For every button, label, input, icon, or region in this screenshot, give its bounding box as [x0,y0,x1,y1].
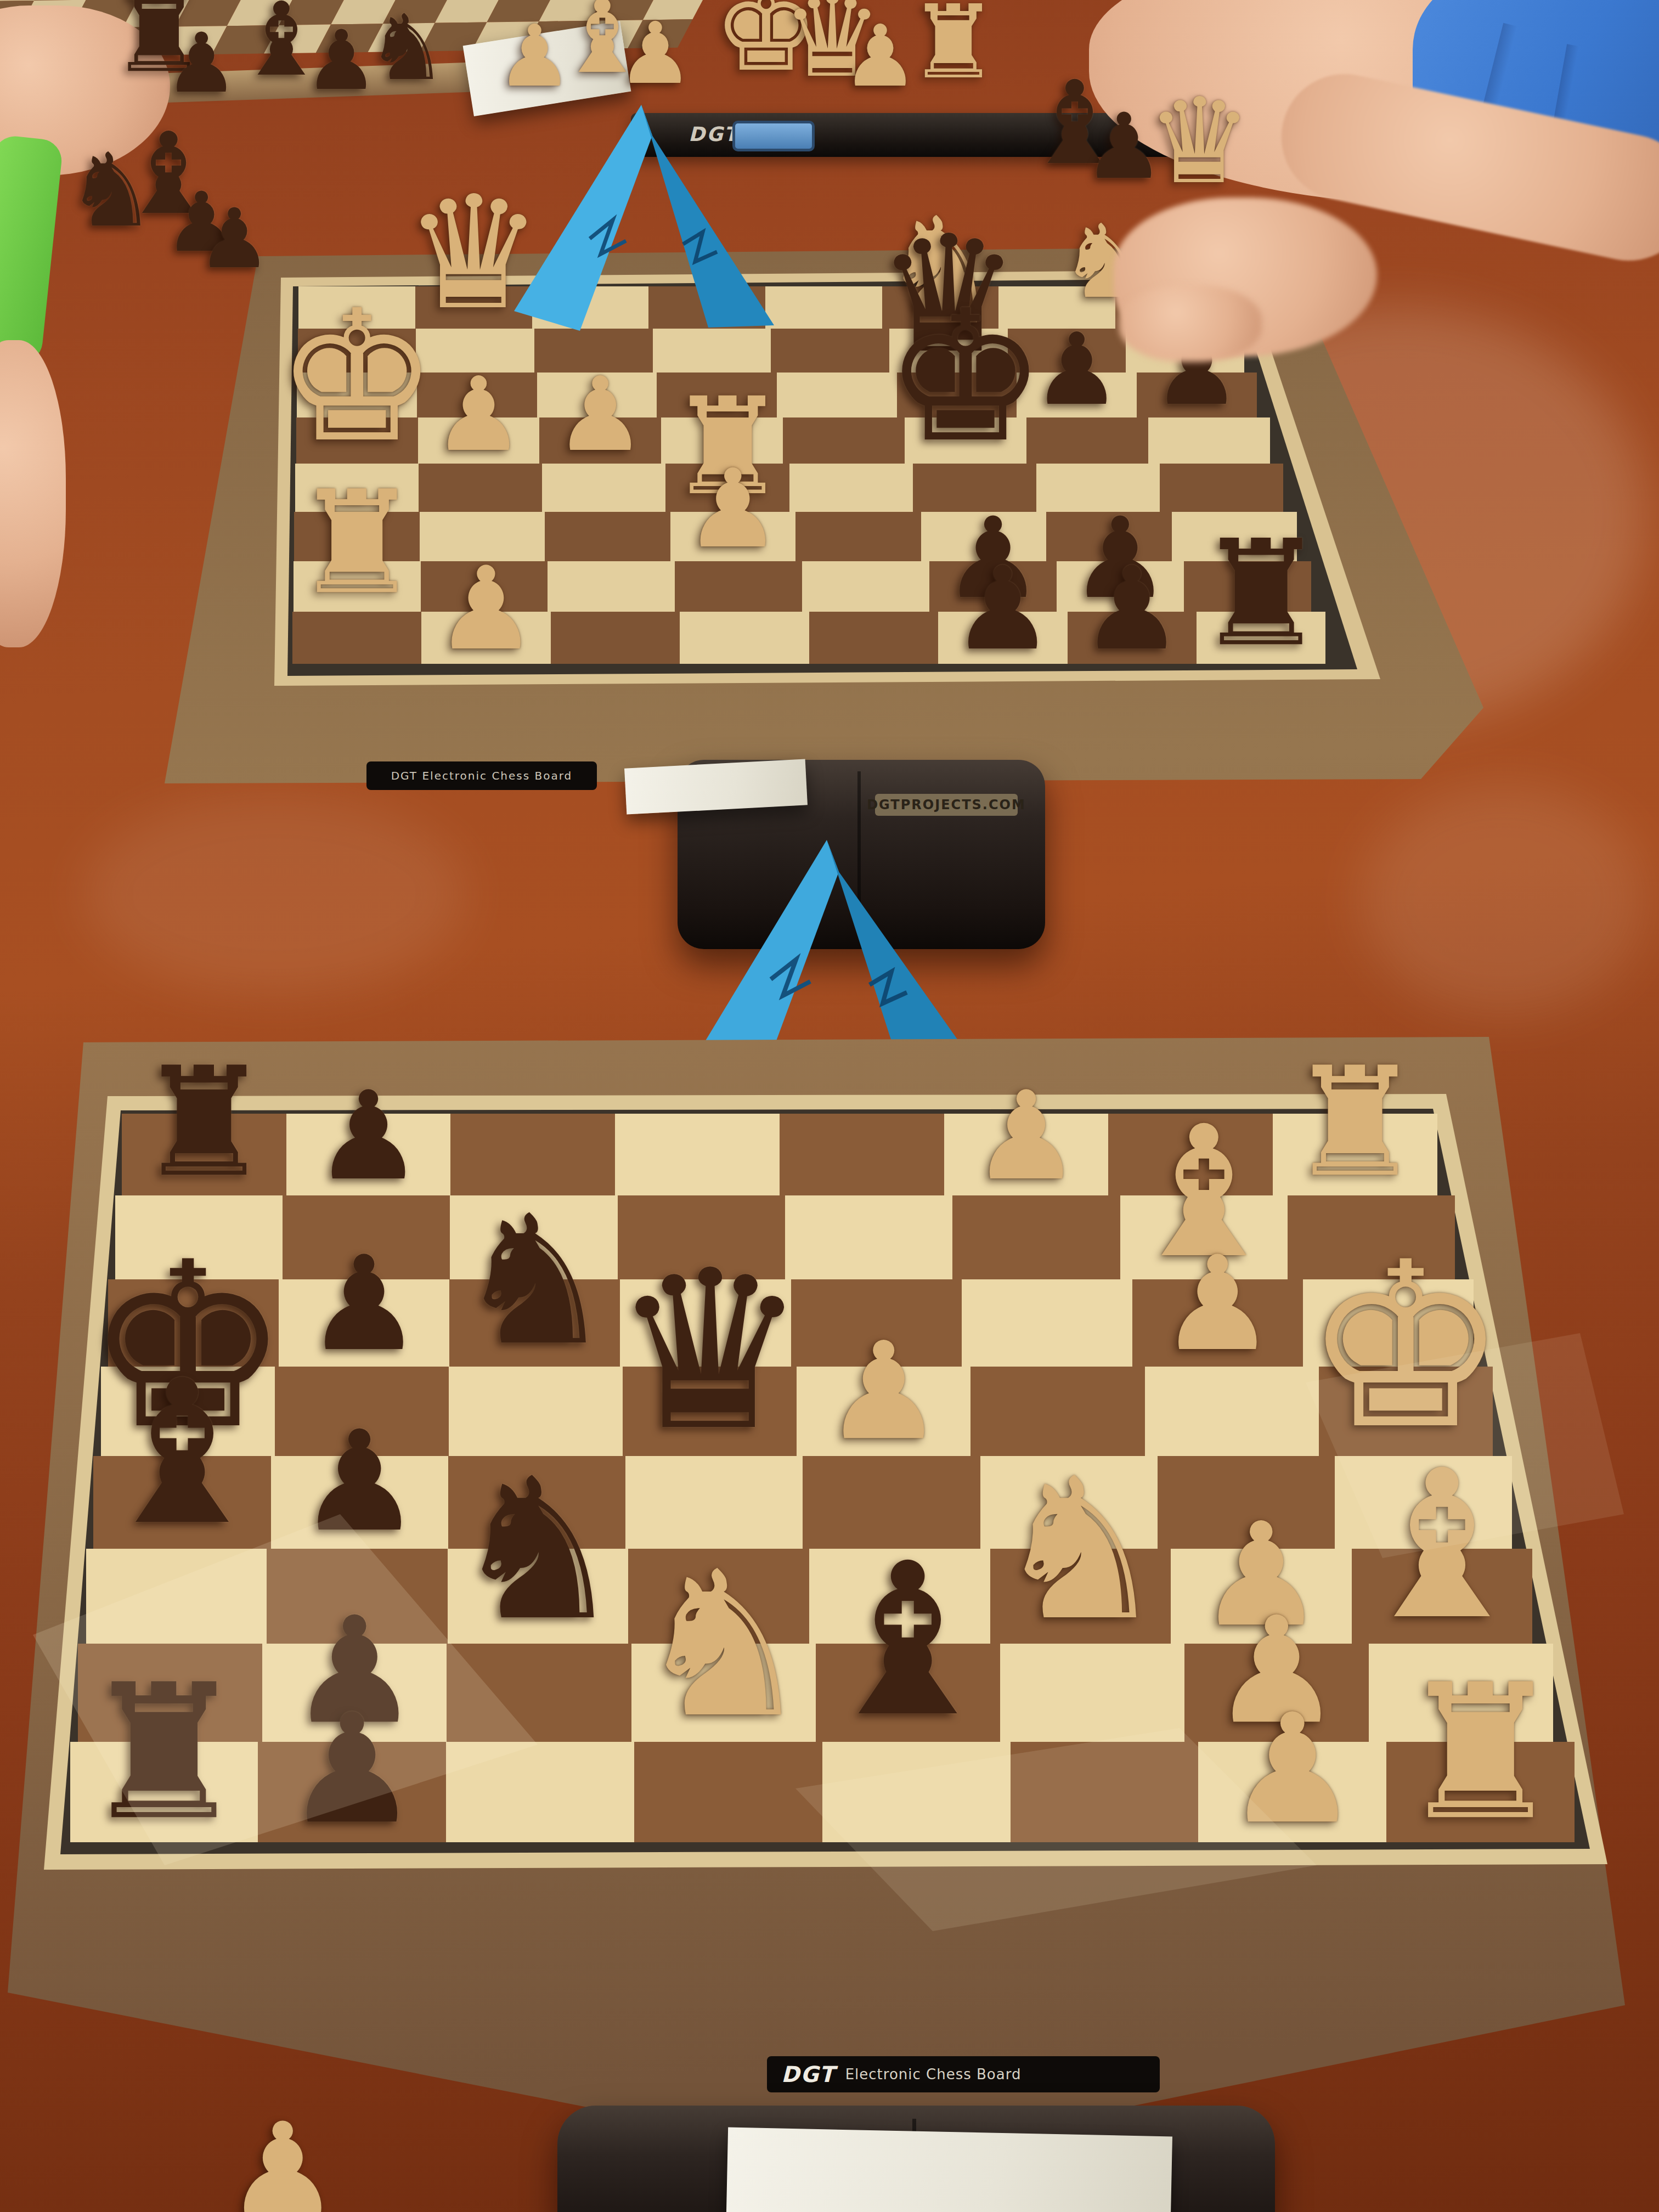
foreground-board-square-r1c5[interactable] [780,1114,944,1195]
foreground-board-piece-black-P-r1c2[interactable]: ♟ [314,1075,424,1198]
loose-piece-black-N: ♞ [366,3,448,93]
loose-piece-white-P: ♟ [225,2106,341,2212]
loose-piece-white-R: ♜ [908,0,999,93]
white-card-bottom [726,2128,1172,2212]
foreground-board-piece-white-N-r7c4[interactable]: ♞ [634,1545,814,1746]
foreground-board-piece-black-R-r1c1[interactable]: ♜ [137,1047,272,1198]
foreground-board-square-r2c5[interactable] [785,1195,952,1280]
foreground-board-piece-black-P-r3c2[interactable]: ♟ [306,1239,422,1369]
dgt-board-label: Electronic Chess Board [845,2066,1022,2083]
photo-chess-hall: DGT DGT Electronic Chess Board DGTPR [0,0,1659,2212]
foreground-board-square-r2c6[interactable] [952,1195,1120,1280]
right-player-fingers [1119,285,1262,362]
foreground-board-piece-white-R-r8c8[interactable]: ♜ [1397,1660,1564,1846]
loose-piece-white-Q: ♛ [1147,82,1252,200]
foreground-board-piece-black-N-r3c3[interactable]: ♞ [455,1192,614,1370]
foreground-board-piece-black-B-r7c5[interactable]: ♝ [814,1536,1002,1746]
loose-piece-white-P: ♟ [842,14,918,99]
foreground-board-piece-white-P-r4c5[interactable]: ♟ [823,1324,944,1459]
foreground-board-piece-white-N-r6c6[interactable]: ♞ [993,1453,1168,1648]
foreground-board-square-r1c4[interactable] [615,1114,780,1195]
foreground-board-label-bar: DGT Electronic Chess Board [767,2056,1160,2092]
foreground-board-piece-white-P-r1c6[interactable]: ♟ [972,1075,1081,1198]
foreground-board-piece-black-N-r6c3[interactable]: ♞ [450,1453,625,1648]
foreground-board-piece-black-Q-r4c4[interactable]: ♛ [611,1241,808,1461]
foreground-board-piece-white-R-r1c8[interactable]: ♜ [1288,1047,1423,1198]
loose-piece-white-P: ♟ [617,11,693,96]
loose-piece-black-P: ♟ [198,198,271,280]
loose-piece-black-P: ♟ [165,22,238,104]
dgt-brand-logo: DGT [781,2062,836,2087]
foreground-board-piece-black-B-r5c1[interactable]: ♝ [93,1354,272,1553]
foreground-board-square-r4c7[interactable] [1145,1367,1319,1457]
foreground-board-piece-white-P-r3c7[interactable]: ♟ [1159,1239,1276,1369]
foreground-board-square-r3c6[interactable] [962,1279,1132,1367]
